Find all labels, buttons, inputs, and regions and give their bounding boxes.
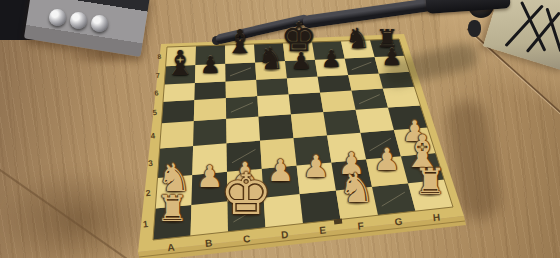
square-f4[interactable] <box>323 110 360 136</box>
square-f5[interactable] <box>320 91 356 113</box>
file-label-a: A <box>167 242 175 254</box>
file-label-f: F <box>357 220 364 232</box>
scene: ABCDEFGH12345678 ♝♚♞♜♝♟♞♟♟♟♟♞♟♟♟♟♟♟♝♜♚♞♜ <box>0 0 560 258</box>
piece-white-pawn-g2[interactable]: ♟ <box>373 145 400 175</box>
piece-white-rook-a1[interactable]: ♜ <box>156 191 188 227</box>
piece-black-knight-g8[interactable]: ♞ <box>345 25 370 53</box>
file-label-h: H <box>432 212 440 224</box>
file-label-b: B <box>205 237 213 249</box>
square-a5[interactable] <box>162 100 195 123</box>
file-label-d: D <box>281 229 289 241</box>
piece-black-bishop-c8[interactable]: ♝ <box>225 26 254 59</box>
piece-white-knight-f1[interactable]: ♞ <box>338 168 375 209</box>
square-c4[interactable] <box>226 117 260 144</box>
square-h5[interactable] <box>383 87 420 108</box>
file-label-g: G <box>394 216 403 228</box>
piece-white-rook-h1[interactable]: ♜ <box>414 164 446 200</box>
piece-black-bishop-a7[interactable]: ♝ <box>165 45 196 79</box>
square-g4[interactable] <box>356 108 394 133</box>
board-clasp <box>334 219 342 225</box>
square-f6[interactable] <box>318 75 352 92</box>
piece-black-pawn-f7[interactable]: ♟ <box>321 47 342 70</box>
square-d6[interactable] <box>256 78 289 96</box>
piece-black-pawn-e7[interactable]: ♟ <box>291 49 312 72</box>
piece-black-knight-d7[interactable]: ♞ <box>258 45 284 74</box>
square-e5[interactable] <box>289 92 324 114</box>
square-b6[interactable] <box>194 81 226 100</box>
square-e6[interactable] <box>287 77 320 95</box>
square-c6[interactable] <box>226 80 258 98</box>
square-d4[interactable] <box>259 114 294 140</box>
piece-black-pawn-b7[interactable]: ♟ <box>200 53 221 76</box>
square-b5[interactable] <box>194 98 226 121</box>
square-d5[interactable] <box>257 94 291 116</box>
piece-white-pawn-e2[interactable]: ♟ <box>302 152 329 182</box>
rank-label-1: 1 <box>142 219 148 229</box>
piece-white-king-c1[interactable]: ♚ <box>220 164 272 222</box>
square-a6[interactable] <box>163 83 195 102</box>
piece-black-pawn-h7[interactable]: ♟ <box>381 44 402 67</box>
square-e1[interactable] <box>300 191 341 224</box>
square-e4[interactable] <box>291 112 327 138</box>
square-g6[interactable] <box>348 73 383 90</box>
square-b4[interactable] <box>193 119 227 146</box>
square-a4[interactable] <box>160 121 194 149</box>
file-label-c: C <box>243 233 251 245</box>
